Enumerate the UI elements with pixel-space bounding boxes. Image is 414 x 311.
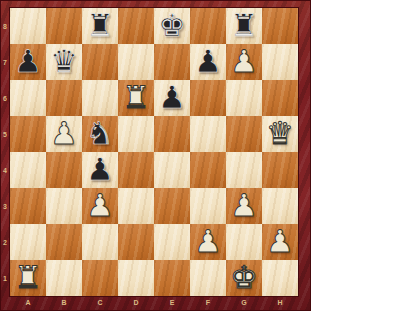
page: 87654321 ♜♚♜♟♛♟♟♜♟♟♞♛♟♟♟♟♟♜♚ ABCDEFGH xyxy=(0,0,414,311)
square-e7 xyxy=(154,44,190,80)
square-d3 xyxy=(118,188,154,224)
square-g3: ♟ xyxy=(226,188,262,224)
file-label-c: C xyxy=(82,296,118,311)
square-a1: ♜ xyxy=(10,260,46,296)
square-c5: ♞ xyxy=(82,116,118,152)
square-h1 xyxy=(262,260,298,296)
file-label-e: E xyxy=(154,296,190,311)
black-pawn-a7: ♟ xyxy=(10,44,46,80)
rank-labels: 87654321 xyxy=(0,8,10,296)
black-king-e8: ♚ xyxy=(154,8,190,44)
square-h2: ♟ xyxy=(262,224,298,260)
square-d1 xyxy=(118,260,154,296)
square-e1 xyxy=(154,260,190,296)
square-f3 xyxy=(190,188,226,224)
square-e3 xyxy=(154,188,190,224)
black-rook-c8: ♜ xyxy=(82,8,118,44)
square-a5 xyxy=(10,116,46,152)
white-pawn-h2: ♟ xyxy=(262,224,298,260)
rank-label-5: 5 xyxy=(0,116,10,152)
file-label-a: A xyxy=(10,296,46,311)
file-label-b: B xyxy=(46,296,82,311)
square-c2 xyxy=(82,224,118,260)
square-a6 xyxy=(10,80,46,116)
square-d6: ♜ xyxy=(118,80,154,116)
square-h3 xyxy=(262,188,298,224)
square-b4 xyxy=(46,152,82,188)
square-e4 xyxy=(154,152,190,188)
square-c4: ♟ xyxy=(82,152,118,188)
rank-label-8: 8 xyxy=(0,8,10,44)
file-labels: ABCDEFGH xyxy=(10,296,298,311)
square-e2 xyxy=(154,224,190,260)
square-b2 xyxy=(46,224,82,260)
square-e5 xyxy=(154,116,190,152)
rank-label-1: 1 xyxy=(0,260,10,296)
square-a2 xyxy=(10,224,46,260)
square-g4 xyxy=(226,152,262,188)
rank-label-6: 6 xyxy=(0,80,10,116)
square-f6 xyxy=(190,80,226,116)
square-b7: ♛ xyxy=(46,44,82,80)
square-c3: ♟ xyxy=(82,188,118,224)
board-squares: ♜♚♜♟♛♟♟♜♟♟♞♛♟♟♟♟♟♜♚ xyxy=(10,8,298,296)
rank-label-2: 2 xyxy=(0,224,10,260)
square-g8: ♜ xyxy=(226,8,262,44)
white-queen-h5: ♛ xyxy=(262,116,298,152)
square-c8: ♜ xyxy=(82,8,118,44)
square-b6 xyxy=(46,80,82,116)
square-b1 xyxy=(46,260,82,296)
square-f8 xyxy=(190,8,226,44)
black-knight-c5: ♞ xyxy=(82,116,118,152)
black-rook-g8: ♜ xyxy=(226,8,262,44)
square-h5: ♛ xyxy=(262,116,298,152)
square-f4 xyxy=(190,152,226,188)
square-c7 xyxy=(82,44,118,80)
square-f5 xyxy=(190,116,226,152)
square-b8 xyxy=(46,8,82,44)
white-king-g1: ♚ xyxy=(226,260,262,296)
square-c1 xyxy=(82,260,118,296)
black-pawn-c4: ♟ xyxy=(82,152,118,188)
square-f1 xyxy=(190,260,226,296)
square-h7 xyxy=(262,44,298,80)
white-pawn-g7: ♟ xyxy=(226,44,262,80)
square-h8 xyxy=(262,8,298,44)
white-rook-d6: ♜ xyxy=(118,80,154,116)
file-label-g: G xyxy=(226,296,262,311)
chess-board-frame: 87654321 ♜♚♜♟♛♟♟♜♟♟♞♛♟♟♟♟♟♜♚ ABCDEFGH xyxy=(0,0,311,311)
rank-label-7: 7 xyxy=(0,44,10,80)
square-f2: ♟ xyxy=(190,224,226,260)
square-a4 xyxy=(10,152,46,188)
square-h6 xyxy=(262,80,298,116)
square-h4 xyxy=(262,152,298,188)
square-g1: ♚ xyxy=(226,260,262,296)
rank-label-3: 3 xyxy=(0,188,10,224)
square-e8: ♚ xyxy=(154,8,190,44)
square-b5: ♟ xyxy=(46,116,82,152)
square-g2 xyxy=(226,224,262,260)
square-g7: ♟ xyxy=(226,44,262,80)
black-pawn-f7: ♟ xyxy=(190,44,226,80)
square-d2 xyxy=(118,224,154,260)
square-g5 xyxy=(226,116,262,152)
square-a7: ♟ xyxy=(10,44,46,80)
white-pawn-b5: ♟ xyxy=(46,116,82,152)
white-pawn-f2: ♟ xyxy=(190,224,226,260)
white-pawn-c3: ♟ xyxy=(82,188,118,224)
black-queen-b7: ♛ xyxy=(46,44,82,80)
square-g6 xyxy=(226,80,262,116)
square-d5 xyxy=(118,116,154,152)
black-pawn-e6: ♟ xyxy=(154,80,190,116)
white-pawn-g3: ♟ xyxy=(226,188,262,224)
square-c6 xyxy=(82,80,118,116)
square-e6: ♟ xyxy=(154,80,190,116)
square-d7 xyxy=(118,44,154,80)
square-b3 xyxy=(46,188,82,224)
square-d8 xyxy=(118,8,154,44)
square-f7: ♟ xyxy=(190,44,226,80)
file-label-f: F xyxy=(190,296,226,311)
square-a8 xyxy=(10,8,46,44)
square-d4 xyxy=(118,152,154,188)
file-label-h: H xyxy=(262,296,298,311)
file-label-d: D xyxy=(118,296,154,311)
square-a3 xyxy=(10,188,46,224)
white-rook-a1: ♜ xyxy=(10,260,46,296)
rank-label-4: 4 xyxy=(0,152,10,188)
